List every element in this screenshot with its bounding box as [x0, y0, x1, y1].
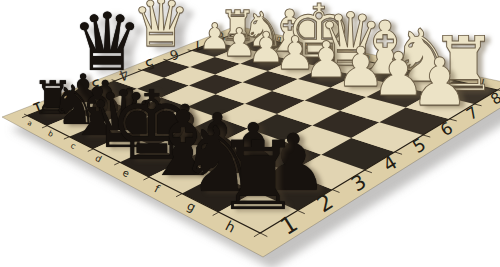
chess-set-product-photo: aabbccddeeffgghh1122334455667788 ♜♞♛♟♝♟♚… — [0, 0, 500, 267]
chess-board: aabbccddeeffgghh1122334455667788 — [0, 0, 500, 267]
